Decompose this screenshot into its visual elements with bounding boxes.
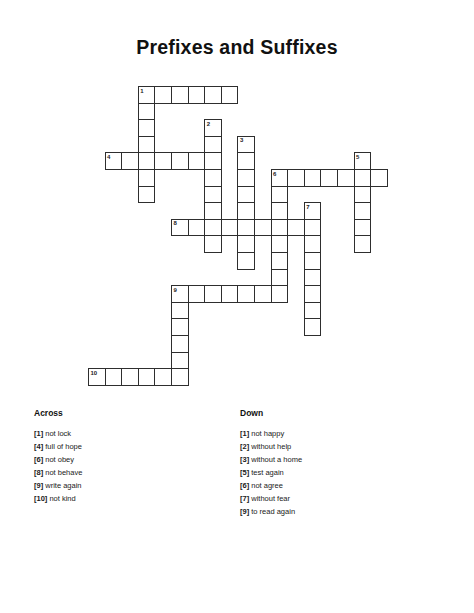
cell-r4c9[interactable] <box>237 152 255 170</box>
cell-r5c7[interactable] <box>204 169 222 187</box>
cell-r6c9[interactable] <box>237 186 255 204</box>
cell-number: 10 <box>91 370 98 377</box>
cell-r8c13[interactable] <box>304 219 322 237</box>
crossword-grid: 12345678910 <box>88 86 390 388</box>
cell-r12c9[interactable] <box>237 285 255 303</box>
cell-r4c4[interactable] <box>154 152 172 170</box>
cell-r1c3[interactable] <box>138 103 156 121</box>
down-clue-1: [1] not happy <box>240 427 302 440</box>
cell-r9c9[interactable] <box>237 235 255 253</box>
cell-r6c3[interactable] <box>138 186 156 204</box>
puzzle-title: Prefixes and Suffixes <box>0 36 474 59</box>
cell-r3c9[interactable]: 3 <box>237 136 255 154</box>
cell-r2c3[interactable] <box>138 119 156 137</box>
clue-number: [9] <box>34 481 43 490</box>
cell-r0c4[interactable] <box>154 86 172 104</box>
cell-number: 4 <box>107 154 110 161</box>
cell-r6c7[interactable] <box>204 186 222 204</box>
cell-r17c5[interactable] <box>171 368 189 386</box>
cell-r4c3[interactable] <box>138 152 156 170</box>
clue-text: without a home <box>251 455 302 464</box>
cell-r9c7[interactable] <box>204 235 222 253</box>
cell-r8c9[interactable] <box>237 219 255 237</box>
cell-r5c14[interactable] <box>320 169 338 187</box>
cell-r8c10[interactable] <box>254 219 272 237</box>
clue-text: not obey <box>45 455 74 464</box>
cell-r14c5[interactable] <box>171 318 189 336</box>
cell-r0c6[interactable] <box>188 86 206 104</box>
cell-r12c7[interactable] <box>204 285 222 303</box>
across-clue-6: [6] not obey <box>34 453 82 466</box>
cell-r12c8[interactable] <box>221 285 239 303</box>
cell-r9c13[interactable] <box>304 235 322 253</box>
cell-number: 7 <box>306 204 309 211</box>
cell-number: 2 <box>207 121 210 128</box>
cell-r4c7[interactable] <box>204 152 222 170</box>
clue-number: [2] <box>240 442 249 451</box>
down-clue-3: [3] without a home <box>240 453 302 466</box>
cell-r13c13[interactable] <box>304 302 322 320</box>
cell-r12c10[interactable] <box>254 285 272 303</box>
cell-r17c1[interactable] <box>105 368 123 386</box>
cell-r10c11[interactable] <box>271 252 289 270</box>
cell-r8c7[interactable] <box>204 219 222 237</box>
cell-number: 1 <box>140 88 143 95</box>
cell-r7c11[interactable] <box>271 202 289 220</box>
cell-r8c5[interactable]: 8 <box>171 219 189 237</box>
cell-r5c13[interactable] <box>304 169 322 187</box>
cell-r7c16[interactable] <box>354 202 372 220</box>
clue-text: not lock <box>45 429 71 438</box>
clue-text: not kind <box>49 494 75 503</box>
clue-text: write again <box>45 481 81 490</box>
cell-r17c0[interactable]: 10 <box>88 368 106 386</box>
cell-r5c3[interactable] <box>138 169 156 187</box>
cell-number: 3 <box>240 137 243 144</box>
cell-r9c16[interactable] <box>354 235 372 253</box>
cell-r4c1[interactable]: 4 <box>105 152 123 170</box>
cell-r14c13[interactable] <box>304 318 322 336</box>
cell-number: 6 <box>273 171 276 178</box>
clue-text: not happy <box>251 429 284 438</box>
cell-r5c9[interactable] <box>237 169 255 187</box>
cell-r11c13[interactable] <box>304 269 322 287</box>
down-clues-section: Down [1] not happy [2] without help [3] … <box>240 408 302 518</box>
clue-text: without help <box>251 442 291 451</box>
down-header: Down <box>240 408 302 418</box>
clue-number: [10] <box>34 494 47 503</box>
cell-r4c2[interactable] <box>121 152 139 170</box>
across-clue-9: [9] write again <box>34 479 82 492</box>
cell-r8c6[interactable] <box>188 219 206 237</box>
cell-r0c3[interactable]: 1 <box>138 86 156 104</box>
cell-r6c16[interactable] <box>354 186 372 204</box>
across-clue-1: [1] not lock <box>34 427 82 440</box>
clue-text: test again <box>251 468 284 477</box>
cell-r0c8[interactable] <box>221 86 239 104</box>
across-clue-10: [10] not kind <box>34 492 82 505</box>
cell-r8c12[interactable] <box>287 219 305 237</box>
cell-r4c6[interactable] <box>188 152 206 170</box>
cell-r12c13[interactable] <box>304 285 322 303</box>
clue-number: [1] <box>34 429 43 438</box>
clue-number: [3] <box>240 455 249 464</box>
cell-r10c13[interactable] <box>304 252 322 270</box>
cell-r3c7[interactable] <box>204 136 222 154</box>
cell-r6c11[interactable] <box>271 186 289 204</box>
cell-number: 9 <box>174 287 177 294</box>
cell-r8c8[interactable] <box>221 219 239 237</box>
cell-r12c6[interactable] <box>188 285 206 303</box>
clue-text: not agree <box>251 481 283 490</box>
cell-r8c11[interactable] <box>271 219 289 237</box>
cell-r15c5[interactable] <box>171 335 189 353</box>
cell-r12c5[interactable]: 9 <box>171 285 189 303</box>
cell-r8c16[interactable] <box>354 219 372 237</box>
down-clue-5: [5] test again <box>240 466 302 479</box>
clue-text: without fear <box>251 494 290 503</box>
cell-r10c9[interactable] <box>237 252 255 270</box>
cell-r5c15[interactable] <box>337 169 355 187</box>
cell-r9c11[interactable] <box>271 235 289 253</box>
down-clue-2: [2] without help <box>240 440 302 453</box>
clue-number: [1] <box>240 429 249 438</box>
clue-number: [5] <box>240 468 249 477</box>
cell-r5c12[interactable] <box>287 169 305 187</box>
cell-r5c11[interactable]: 6 <box>271 169 289 187</box>
clue-number: [4] <box>34 442 43 451</box>
cell-r13c5[interactable] <box>171 302 189 320</box>
clue-number: [6] <box>240 481 249 490</box>
cell-r17c4[interactable] <box>154 368 172 386</box>
cell-r2c7[interactable]: 2 <box>204 119 222 137</box>
cell-r17c2[interactable] <box>121 368 139 386</box>
down-clue-7: [7] without fear <box>240 492 302 505</box>
cell-r7c9[interactable] <box>237 202 255 220</box>
cell-r3c3[interactable] <box>138 136 156 154</box>
cell-r0c5[interactable] <box>171 86 189 104</box>
cell-r5c16[interactable] <box>354 169 372 187</box>
down-clue-6: [6] not agree <box>240 479 302 492</box>
clue-text: to read again <box>251 507 295 516</box>
clue-text: full of hope <box>45 442 82 451</box>
crossword-worksheet: Prefixes and Suffixes 12345678910 Across… <box>0 0 474 613</box>
clue-number: [9] <box>240 507 249 516</box>
cell-r4c5[interactable] <box>171 152 189 170</box>
cell-r4c16[interactable]: 5 <box>354 152 372 170</box>
cell-r7c13[interactable]: 7 <box>304 202 322 220</box>
down-clue-9: [9] to read again <box>240 505 302 518</box>
clue-number: [6] <box>34 455 43 464</box>
cell-r16c5[interactable] <box>171 352 189 370</box>
across-header: Across <box>34 408 82 418</box>
cell-r17c3[interactable] <box>138 368 156 386</box>
cell-number: 5 <box>356 154 359 161</box>
across-clues-section: Across [1] not lock [4] full of hope [6]… <box>34 408 82 505</box>
cell-r5c17[interactable] <box>370 169 388 187</box>
across-clue-4: [4] full of hope <box>34 440 82 453</box>
cell-r7c7[interactable] <box>204 202 222 220</box>
cell-r12c11[interactable] <box>271 285 289 303</box>
cell-number: 8 <box>174 220 177 227</box>
clue-text: not behave <box>45 468 82 477</box>
cell-r11c11[interactable] <box>271 269 289 287</box>
clue-number: [8] <box>34 468 43 477</box>
across-clue-8: [8] not behave <box>34 466 82 479</box>
clue-number: [7] <box>240 494 249 503</box>
cell-r0c7[interactable] <box>204 86 222 104</box>
